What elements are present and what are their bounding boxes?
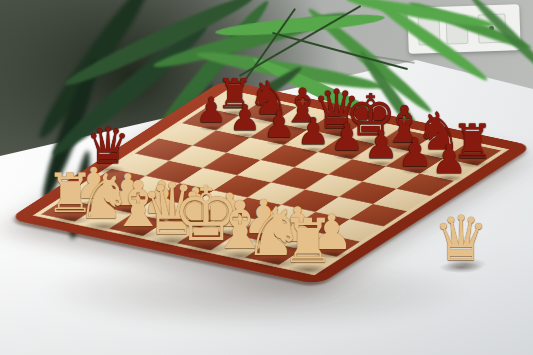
extra-queen-shadow — [445, 258, 487, 270]
switch-module — [418, 16, 441, 46]
switch-module — [446, 15, 469, 45]
socket-module — [478, 14, 507, 44]
wall-outlet — [407, 4, 521, 54]
chess-product-photo: ♜♞♝♛♚♝♞♜♟♟♟♟♟♟♟♟♟♟♟♟♟♟♟♟♜♞♝♛♚♝♞♜♛♛ — [0, 0, 533, 355]
